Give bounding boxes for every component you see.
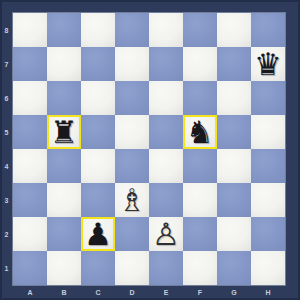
square-d3[interactable]: ♝♗ — [115, 183, 149, 217]
square-a6[interactable] — [13, 81, 47, 115]
square-e5[interactable] — [149, 115, 183, 149]
square-g8[interactable] — [217, 13, 251, 47]
square-b2[interactable] — [47, 217, 81, 251]
square-h4[interactable] — [251, 149, 285, 183]
square-d6[interactable] — [115, 81, 149, 115]
rank-labels: 87654321 — [0, 13, 13, 285]
square-b5[interactable]: ♜♜ — [47, 115, 81, 149]
square-b3[interactable] — [47, 183, 81, 217]
square-f5[interactable]: ♞♞ — [183, 115, 217, 149]
square-f6[interactable] — [183, 81, 217, 115]
square-c8[interactable] — [81, 13, 115, 47]
white-pawn-glyph: ♙ — [152, 217, 180, 251]
white-bishop[interactable]: ♝♗ — [115, 183, 149, 217]
square-f4[interactable] — [183, 149, 217, 183]
file-label-b: B — [47, 285, 81, 300]
black-knight[interactable]: ♞♞ — [183, 115, 217, 149]
square-b4[interactable] — [47, 149, 81, 183]
black-pawn-glyph: ♟ — [84, 217, 112, 251]
square-h3[interactable] — [251, 183, 285, 217]
square-f2[interactable] — [183, 217, 217, 251]
square-g4[interactable] — [217, 149, 251, 183]
file-label-e: E — [149, 285, 183, 300]
file-label-h: H — [251, 285, 285, 300]
square-c6[interactable] — [81, 81, 115, 115]
square-e6[interactable] — [149, 81, 183, 115]
black-queen-glyph: ♛ — [254, 47, 282, 81]
rank-label-4: 4 — [0, 149, 13, 183]
black-rook-glyph: ♜ — [50, 115, 78, 149]
square-c2[interactable]: ♟♟ — [81, 217, 115, 251]
file-label-f: F — [183, 285, 217, 300]
rank-label-5: 5 — [0, 115, 13, 149]
square-a5[interactable] — [13, 115, 47, 149]
black-rook[interactable]: ♜♜ — [47, 115, 81, 149]
square-a1[interactable] — [13, 251, 47, 285]
square-d4[interactable] — [115, 149, 149, 183]
black-pawn[interactable]: ♟♟ — [81, 217, 115, 251]
square-e3[interactable] — [149, 183, 183, 217]
square-e7[interactable] — [149, 47, 183, 81]
rank-label-3: 3 — [0, 183, 13, 217]
square-d7[interactable] — [115, 47, 149, 81]
white-pawn[interactable]: ♟♙ — [149, 217, 183, 251]
square-h8[interactable] — [251, 13, 285, 47]
square-g5[interactable] — [217, 115, 251, 149]
square-f3[interactable] — [183, 183, 217, 217]
square-g7[interactable] — [217, 47, 251, 81]
rank-label-2: 2 — [0, 217, 13, 251]
black-knight-glyph: ♞ — [186, 115, 214, 149]
square-b8[interactable] — [47, 13, 81, 47]
square-a2[interactable] — [13, 217, 47, 251]
square-c1[interactable] — [81, 251, 115, 285]
square-b1[interactable] — [47, 251, 81, 285]
square-e2[interactable]: ♟♙ — [149, 217, 183, 251]
black-queen[interactable]: ♛♛ — [251, 47, 285, 81]
square-e1[interactable] — [149, 251, 183, 285]
square-h5[interactable] — [251, 115, 285, 149]
square-g2[interactable] — [217, 217, 251, 251]
square-h2[interactable] — [251, 217, 285, 251]
file-label-d: D — [115, 285, 149, 300]
square-g3[interactable] — [217, 183, 251, 217]
file-label-g: G — [217, 285, 251, 300]
chess-board: ♛♛♜♜♞♞♝♗♟♟♟♙ — [13, 13, 285, 285]
chess-board-frame: 87654321 ♛♛♜♜♞♞♝♗♟♟♟♙ ABCDEFGH — [0, 0, 300, 300]
white-bishop-glyph: ♗ — [118, 183, 146, 217]
square-c3[interactable] — [81, 183, 115, 217]
square-h7[interactable]: ♛♛ — [251, 47, 285, 81]
square-a3[interactable] — [13, 183, 47, 217]
square-e4[interactable] — [149, 149, 183, 183]
square-b7[interactable] — [47, 47, 81, 81]
square-f1[interactable] — [183, 251, 217, 285]
file-label-a: A — [13, 285, 47, 300]
square-d2[interactable] — [115, 217, 149, 251]
square-h1[interactable] — [251, 251, 285, 285]
square-g1[interactable] — [217, 251, 251, 285]
square-c4[interactable] — [81, 149, 115, 183]
rank-label-1: 1 — [0, 251, 13, 285]
square-f8[interactable] — [183, 13, 217, 47]
square-d8[interactable] — [115, 13, 149, 47]
square-f7[interactable] — [183, 47, 217, 81]
file-label-c: C — [81, 285, 115, 300]
rank-label-8: 8 — [0, 13, 13, 47]
square-b6[interactable] — [47, 81, 81, 115]
square-c5[interactable] — [81, 115, 115, 149]
square-a8[interactable] — [13, 13, 47, 47]
square-a4[interactable] — [13, 149, 47, 183]
file-labels: ABCDEFGH — [13, 285, 285, 300]
square-a7[interactable] — [13, 47, 47, 81]
square-h6[interactable] — [251, 81, 285, 115]
square-d5[interactable] — [115, 115, 149, 149]
rank-label-6: 6 — [0, 81, 13, 115]
rank-label-7: 7 — [0, 47, 13, 81]
square-d1[interactable] — [115, 251, 149, 285]
square-g6[interactable] — [217, 81, 251, 115]
square-c7[interactable] — [81, 47, 115, 81]
square-e8[interactable] — [149, 13, 183, 47]
